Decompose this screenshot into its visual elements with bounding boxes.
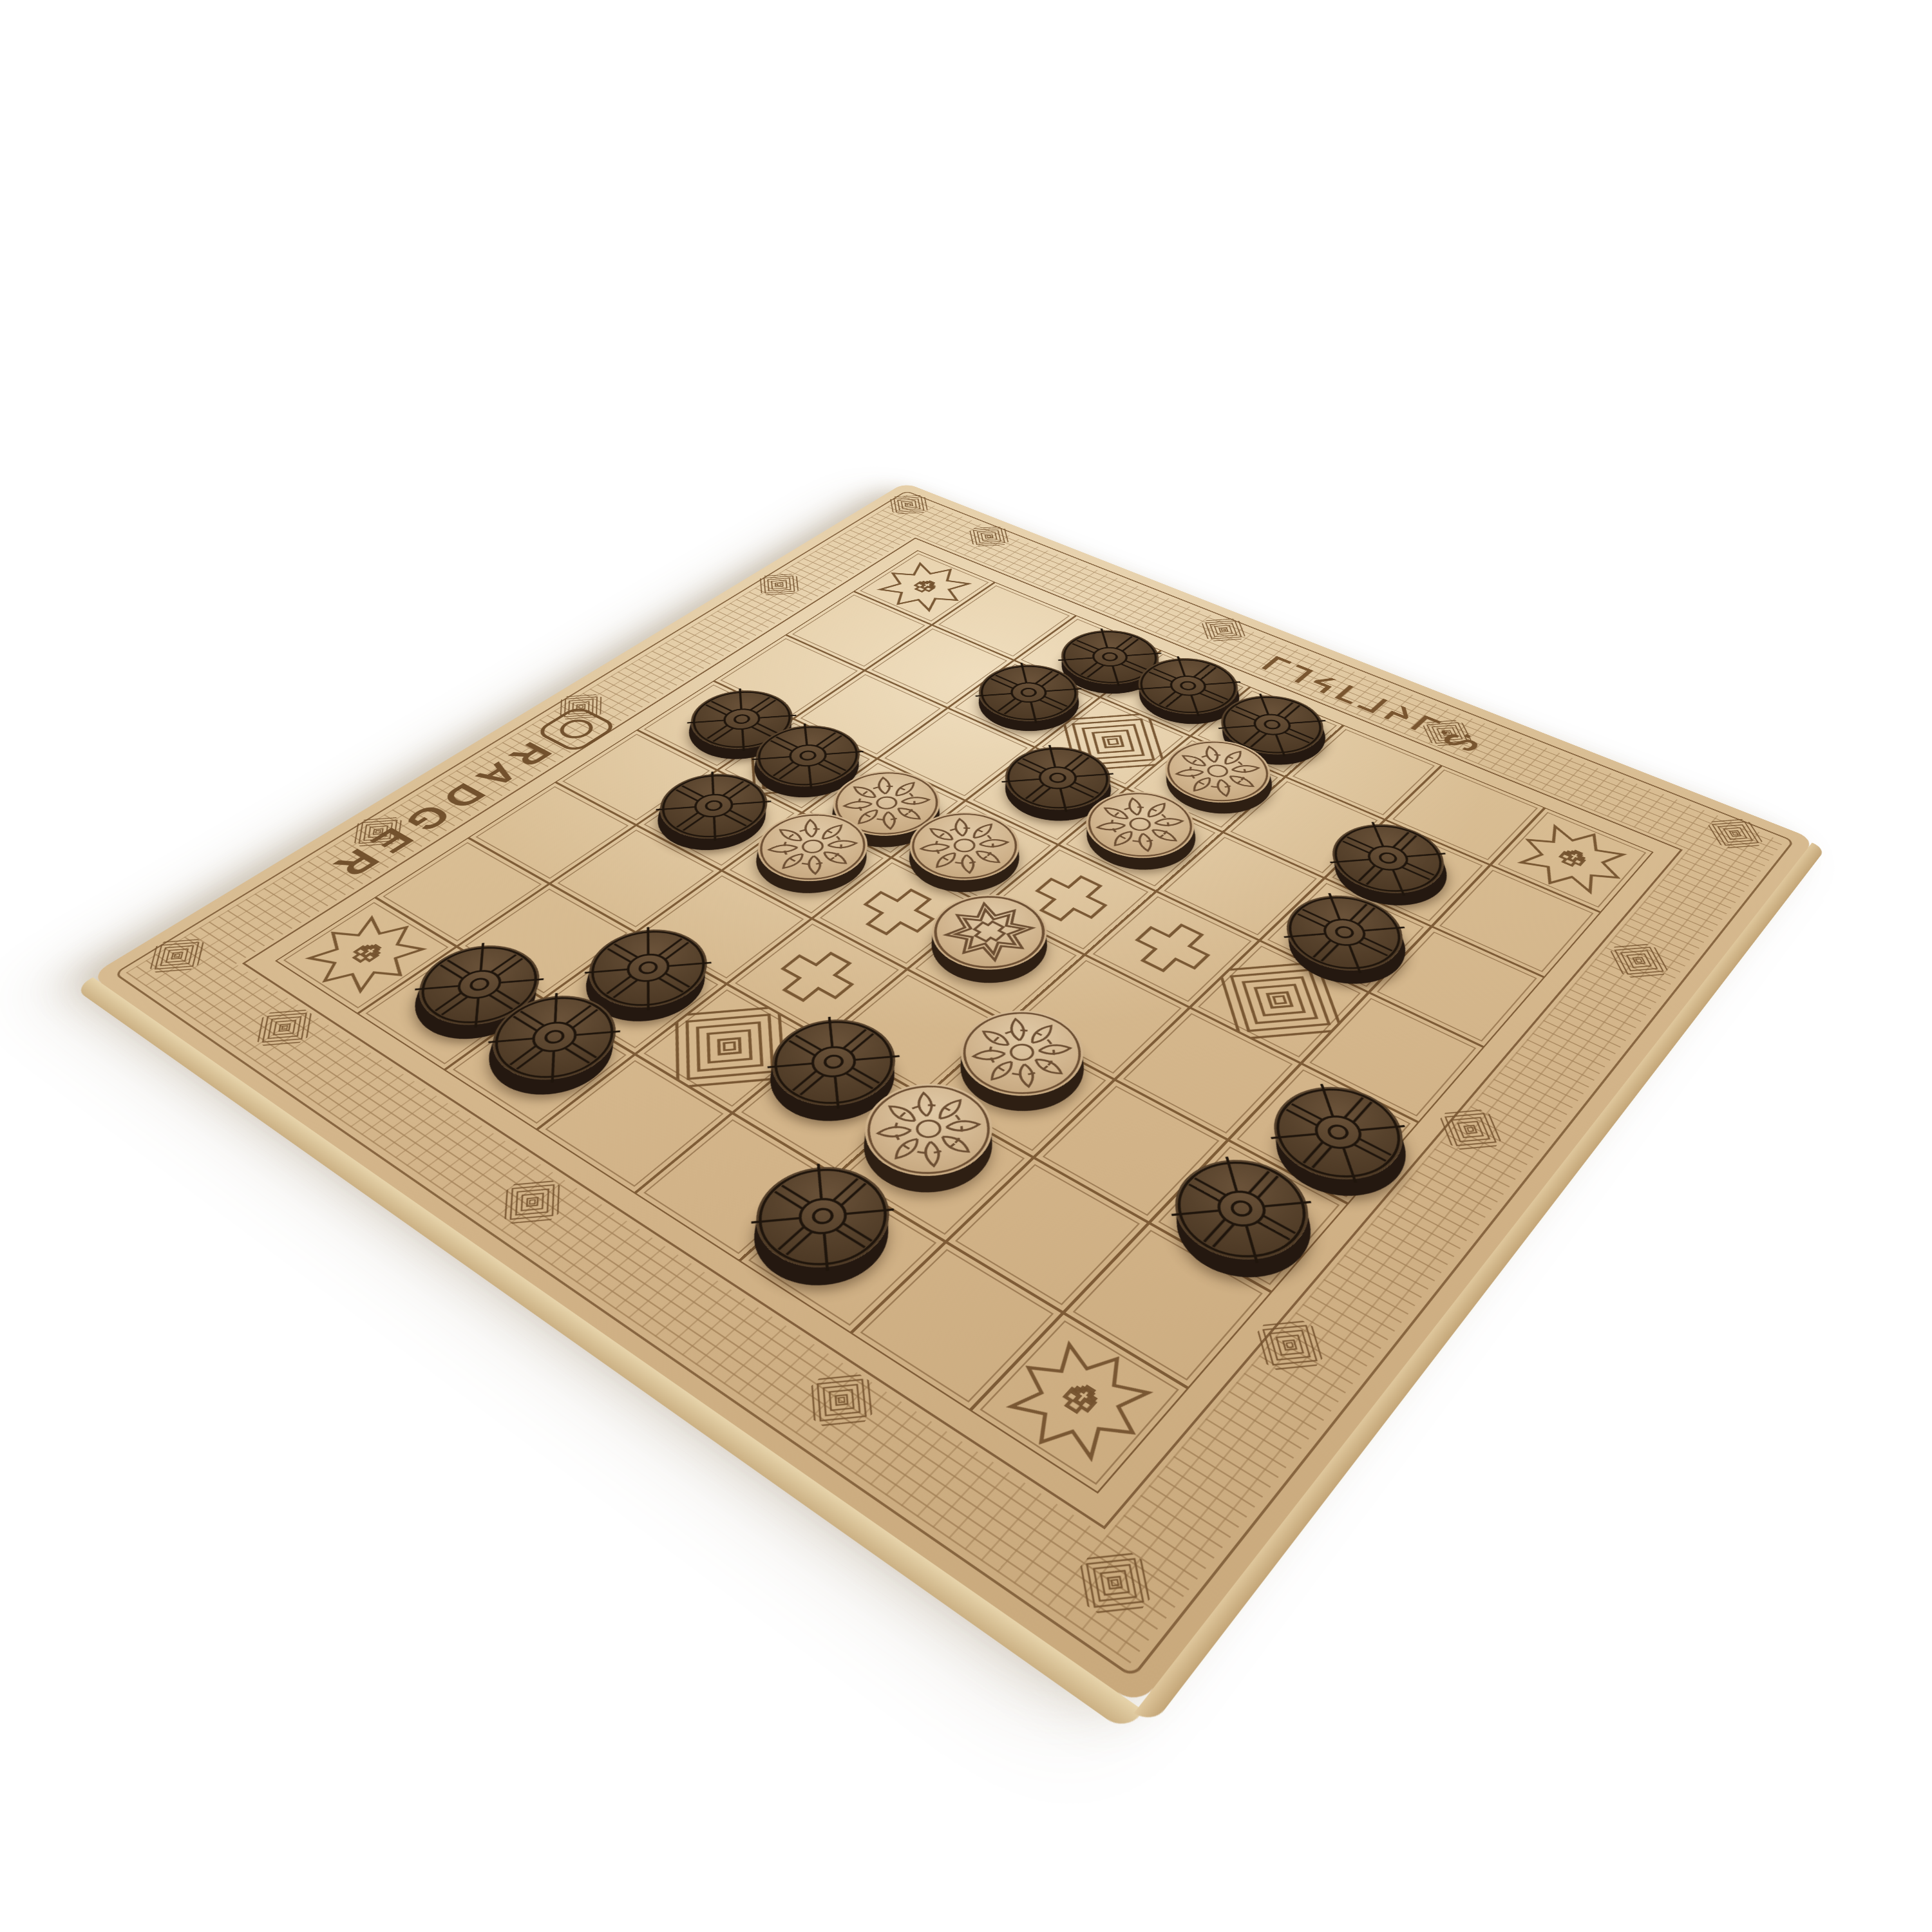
product-photo-scene: ᒥᒣᔦᒪᒧᔨᒥᔣ RADGER — [0, 0, 1932, 1932]
game-board: ᒥᒣᔦᒪᒧᔨᒥᔣ RADGER — [90, 482, 1814, 1707]
